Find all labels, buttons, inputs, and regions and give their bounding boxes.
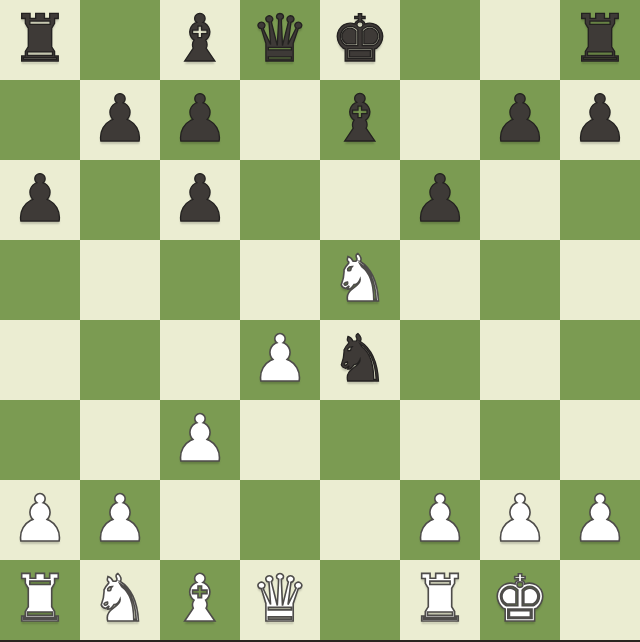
square-g2[interactable]: ♟: [480, 480, 560, 560]
square-d4[interactable]: ♟: [240, 320, 320, 400]
piece-black-queen-d8[interactable]: ♛: [251, 6, 309, 71]
square-h2[interactable]: ♟: [560, 480, 640, 560]
square-e2[interactable]: [320, 480, 400, 560]
square-e1[interactable]: [320, 560, 400, 640]
square-c3[interactable]: ♟: [160, 400, 240, 480]
square-d1[interactable]: ♛: [240, 560, 320, 640]
square-b5[interactable]: [80, 240, 160, 320]
chess-board-container: ♜♝♛♚♜♟♟♝♟♟♟♟♟♞♟♞♟♟♟♟♟♟♜♞♝♛♜♚: [0, 0, 640, 642]
square-f4[interactable]: [400, 320, 480, 400]
square-a2[interactable]: ♟: [0, 480, 80, 560]
square-d8[interactable]: ♛: [240, 0, 320, 80]
piece-white-pawn-f2[interactable]: ♟: [411, 486, 469, 551]
square-b4[interactable]: [80, 320, 160, 400]
square-b6[interactable]: [80, 160, 160, 240]
square-d6[interactable]: [240, 160, 320, 240]
square-a1[interactable]: ♜: [0, 560, 80, 640]
square-e3[interactable]: [320, 400, 400, 480]
piece-black-bishop-e7[interactable]: ♝: [331, 86, 389, 151]
square-a4[interactable]: [0, 320, 80, 400]
square-g8[interactable]: [480, 0, 560, 80]
chess-board: ♜♝♛♚♜♟♟♝♟♟♟♟♟♞♟♞♟♟♟♟♟♟♜♞♝♛♜♚: [0, 0, 640, 640]
square-h4[interactable]: [560, 320, 640, 400]
square-f7[interactable]: [400, 80, 480, 160]
square-g3[interactable]: [480, 400, 560, 480]
square-b2[interactable]: ♟: [80, 480, 160, 560]
square-b8[interactable]: [80, 0, 160, 80]
square-c8[interactable]: ♝: [160, 0, 240, 80]
piece-black-pawn-c6[interactable]: ♟: [171, 166, 229, 231]
square-d7[interactable]: [240, 80, 320, 160]
square-h1[interactable]: [560, 560, 640, 640]
piece-black-king-e8[interactable]: ♚: [331, 6, 389, 71]
square-a6[interactable]: ♟: [0, 160, 80, 240]
square-a5[interactable]: [0, 240, 80, 320]
square-b7[interactable]: ♟: [80, 80, 160, 160]
piece-white-pawn-h2[interactable]: ♟: [571, 486, 629, 551]
square-f1[interactable]: ♜: [400, 560, 480, 640]
square-d5[interactable]: [240, 240, 320, 320]
piece-black-pawn-c7[interactable]: ♟: [171, 86, 229, 151]
piece-white-pawn-c3[interactable]: ♟: [171, 406, 229, 471]
piece-white-pawn-b2[interactable]: ♟: [91, 486, 149, 551]
square-e7[interactable]: ♝: [320, 80, 400, 160]
piece-black-pawn-b7[interactable]: ♟: [91, 86, 149, 151]
square-b3[interactable]: [80, 400, 160, 480]
square-h6[interactable]: [560, 160, 640, 240]
square-f2[interactable]: ♟: [400, 480, 480, 560]
piece-black-pawn-g7[interactable]: ♟: [491, 86, 549, 151]
piece-black-rook-h8[interactable]: ♜: [571, 6, 629, 71]
square-f6[interactable]: ♟: [400, 160, 480, 240]
square-c2[interactable]: [160, 480, 240, 560]
square-g6[interactable]: [480, 160, 560, 240]
square-f3[interactable]: [400, 400, 480, 480]
square-g5[interactable]: [480, 240, 560, 320]
square-h8[interactable]: ♜: [560, 0, 640, 80]
square-g1[interactable]: ♚: [480, 560, 560, 640]
piece-black-pawn-a6[interactable]: ♟: [11, 166, 69, 231]
square-c7[interactable]: ♟: [160, 80, 240, 160]
square-h3[interactable]: [560, 400, 640, 480]
piece-white-knight-e5[interactable]: ♞: [331, 246, 389, 311]
piece-white-king-g1[interactable]: ♚: [491, 566, 549, 631]
piece-black-pawn-h7[interactable]: ♟: [571, 86, 629, 151]
square-h5[interactable]: [560, 240, 640, 320]
square-f5[interactable]: [400, 240, 480, 320]
square-f8[interactable]: [400, 0, 480, 80]
square-g4[interactable]: [480, 320, 560, 400]
piece-white-pawn-d4[interactable]: ♟: [251, 326, 309, 391]
square-d2[interactable]: [240, 480, 320, 560]
square-c1[interactable]: ♝: [160, 560, 240, 640]
square-b1[interactable]: ♞: [80, 560, 160, 640]
piece-black-rook-a8[interactable]: ♜: [11, 6, 69, 71]
piece-black-knight-e4[interactable]: ♞: [331, 326, 389, 391]
square-g7[interactable]: ♟: [480, 80, 560, 160]
square-a7[interactable]: [0, 80, 80, 160]
piece-white-pawn-g2[interactable]: ♟: [491, 486, 549, 551]
piece-white-rook-f1[interactable]: ♜: [411, 566, 469, 631]
square-a8[interactable]: ♜: [0, 0, 80, 80]
square-h7[interactable]: ♟: [560, 80, 640, 160]
square-e8[interactable]: ♚: [320, 0, 400, 80]
square-c4[interactable]: [160, 320, 240, 400]
piece-black-bishop-c8[interactable]: ♝: [171, 6, 229, 71]
square-c5[interactable]: [160, 240, 240, 320]
square-d3[interactable]: [240, 400, 320, 480]
piece-white-knight-b1[interactable]: ♞: [91, 566, 149, 631]
piece-white-pawn-a2[interactable]: ♟: [11, 486, 69, 551]
square-e5[interactable]: ♞: [320, 240, 400, 320]
piece-white-rook-a1[interactable]: ♜: [11, 566, 69, 631]
square-c6[interactable]: ♟: [160, 160, 240, 240]
piece-white-bishop-c1[interactable]: ♝: [171, 566, 229, 631]
square-a3[interactable]: [0, 400, 80, 480]
square-e4[interactable]: ♞: [320, 320, 400, 400]
piece-white-queen-d1[interactable]: ♛: [251, 566, 309, 631]
square-e6[interactable]: [320, 160, 400, 240]
piece-black-pawn-f6[interactable]: ♟: [411, 166, 469, 231]
